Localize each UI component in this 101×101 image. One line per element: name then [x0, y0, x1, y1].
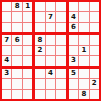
sudoku-box-4: 764 — [2, 35, 32, 65]
sudoku-cell-r9c2[interactable] — [12, 90, 21, 99]
sudoku-cell-r3c6[interactable] — [56, 23, 65, 32]
sudoku-cell-r6c1[interactable]: 4 — [2, 56, 11, 65]
sudoku-box-1: 81 — [2, 2, 32, 32]
sudoku-cell-r2c4[interactable] — [35, 12, 44, 21]
sudoku-cell-r5c1[interactable] — [2, 46, 11, 55]
sudoku-cell-r9c8[interactable]: 8 — [79, 90, 88, 99]
sudoku-cell-r7c2[interactable] — [12, 69, 21, 78]
sudoku-cell-r9c4[interactable] — [35, 90, 44, 99]
sudoku-cell-r7c6[interactable] — [56, 69, 65, 78]
sudoku-cell-r4c8[interactable] — [79, 35, 88, 44]
sudoku-cell-r3c9[interactable] — [90, 23, 99, 32]
sudoku-box-8: 4 — [35, 69, 65, 99]
sudoku-cell-r8c2[interactable] — [12, 79, 21, 88]
sudoku-box-3: 46 — [69, 2, 99, 32]
sudoku-cell-r3c5[interactable] — [46, 23, 55, 32]
sudoku-cell-r4c3[interactable] — [23, 35, 32, 44]
sudoku-cell-r8c3[interactable] — [23, 79, 32, 88]
sudoku-cell-r7c7[interactable]: 5 — [69, 69, 78, 78]
sudoku-cell-r2c9[interactable] — [90, 12, 99, 21]
sudoku-box-9: 528 — [69, 69, 99, 99]
sudoku-cell-r1c3[interactable]: 1 — [23, 2, 32, 11]
sudoku-cell-r6c9[interactable] — [90, 56, 99, 65]
sudoku-cell-r7c1[interactable]: 3 — [2, 69, 11, 78]
sudoku-cell-r5c9[interactable] — [90, 46, 99, 55]
sudoku-cell-r3c3[interactable] — [23, 23, 32, 32]
sudoku-cell-r1c1[interactable] — [2, 2, 11, 11]
sudoku-cell-r5c5[interactable] — [46, 46, 55, 55]
sudoku-cell-r6c8[interactable] — [79, 56, 88, 65]
sudoku-cell-r4c6[interactable] — [56, 35, 65, 44]
sudoku-cell-r6c7[interactable]: 3 — [69, 56, 78, 65]
sudoku-cell-r5c6[interactable] — [56, 46, 65, 55]
sudoku-cell-r8c5[interactable] — [46, 79, 55, 88]
sudoku-cell-r3c4[interactable] — [35, 23, 44, 32]
sudoku-cell-r5c8[interactable]: 1 — [79, 46, 88, 55]
sudoku-cell-r3c7[interactable]: 6 — [69, 23, 78, 32]
sudoku-cell-r4c5[interactable] — [46, 35, 55, 44]
sudoku-cell-r1c5[interactable] — [46, 2, 55, 11]
sudoku-cell-r7c9[interactable] — [90, 69, 99, 78]
sudoku-cell-r7c4[interactable] — [35, 69, 44, 78]
sudoku-cell-r9c3[interactable] — [23, 90, 32, 99]
sudoku-cell-r6c2[interactable] — [12, 56, 21, 65]
sudoku-cell-r4c1[interactable]: 7 — [2, 35, 11, 44]
sudoku-cell-r5c7[interactable] — [69, 46, 78, 55]
sudoku-cell-r8c9[interactable]: 2 — [90, 79, 99, 88]
sudoku-cell-r3c2[interactable] — [12, 23, 21, 32]
sudoku-cell-r7c5[interactable]: 4 — [46, 69, 55, 78]
sudoku-cell-r6c4[interactable] — [35, 56, 44, 65]
sudoku-cell-r2c2[interactable] — [12, 12, 21, 21]
sudoku-cell-r6c3[interactable] — [23, 56, 32, 65]
sudoku-cell-r8c1[interactable] — [2, 79, 11, 88]
sudoku-box-7: 3 — [2, 69, 32, 99]
sudoku-cell-r8c6[interactable] — [56, 79, 65, 88]
sudoku-cell-r1c6[interactable] — [56, 2, 65, 11]
sudoku-cell-r5c2[interactable] — [12, 46, 21, 55]
sudoku-box-6: 13 — [69, 35, 99, 65]
sudoku-cell-r2c1[interactable] — [2, 12, 11, 21]
sudoku-cell-r9c1[interactable] — [2, 90, 11, 99]
sudoku-cell-r9c6[interactable] — [56, 90, 65, 99]
sudoku-cell-r2c8[interactable] — [79, 12, 88, 21]
sudoku-cell-r1c7[interactable] — [69, 2, 78, 11]
sudoku-cell-r4c9[interactable] — [90, 35, 99, 44]
sudoku-cell-r2c7[interactable]: 4 — [69, 12, 78, 21]
sudoku-cell-r8c7[interactable] — [69, 79, 78, 88]
sudoku-cell-r5c3[interactable] — [23, 46, 32, 55]
sudoku-cell-r2c5[interactable]: 7 — [46, 12, 55, 21]
sudoku-cell-r9c5[interactable] — [46, 90, 55, 99]
sudoku-box-5: 82 — [35, 35, 65, 65]
sudoku-cell-r7c3[interactable] — [23, 69, 32, 78]
sudoku-cell-r8c8[interactable] — [79, 79, 88, 88]
sudoku-board: 81746764821334528 — [0, 0, 101, 101]
sudoku-cell-r7c8[interactable] — [79, 69, 88, 78]
sudoku-cell-r3c8[interactable] — [79, 23, 88, 32]
sudoku-cell-r2c3[interactable] — [23, 12, 32, 21]
sudoku-cell-r1c2[interactable]: 8 — [12, 2, 21, 11]
sudoku-cell-r1c4[interactable] — [35, 2, 44, 11]
sudoku-cell-r9c9[interactable] — [90, 90, 99, 99]
sudoku-cell-r4c4[interactable]: 8 — [35, 35, 44, 44]
sudoku-cell-r6c6[interactable] — [56, 56, 65, 65]
sudoku-cell-r6c5[interactable] — [46, 56, 55, 65]
sudoku-cell-r4c2[interactable]: 6 — [12, 35, 21, 44]
sudoku-cell-r1c9[interactable] — [90, 2, 99, 11]
sudoku-box-2: 7 — [35, 2, 65, 32]
sudoku-cell-r4c7[interactable] — [69, 35, 78, 44]
sudoku-cell-r9c7[interactable] — [69, 90, 78, 99]
sudoku-cell-r3c1[interactable] — [2, 23, 11, 32]
sudoku-cell-r2c6[interactable] — [56, 12, 65, 21]
sudoku-cell-r1c8[interactable] — [79, 2, 88, 11]
sudoku-cell-r8c4[interactable] — [35, 79, 44, 88]
sudoku-cell-r5c4[interactable]: 2 — [35, 46, 44, 55]
